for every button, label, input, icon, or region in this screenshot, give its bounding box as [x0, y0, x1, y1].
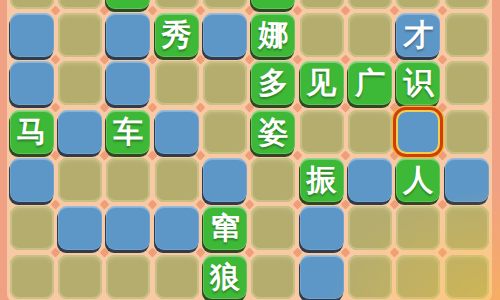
cell-r4c7-empty-slot[interactable]: [348, 158, 392, 202]
intersection-diamond: [196, 102, 206, 112]
cell-r3c4-bg-cell: [203, 110, 247, 154]
intersection-diamond: [389, 247, 399, 257]
cell-r0c0-bg-cell: [10, 0, 54, 9]
cell-r4c2-bg-cell: [106, 158, 150, 202]
intersection-diamond: [51, 102, 61, 112]
intersection-diamond: [99, 247, 109, 257]
cell-r6c8-bg-cell: [396, 255, 440, 299]
intersection-diamond: [147, 54, 157, 64]
cell-r4c6-filled-tile[interactable]: 振: [300, 158, 344, 202]
cell-r3c5-filled-tile[interactable]: 姿: [251, 110, 295, 154]
intersection-diamond: [341, 6, 351, 16]
cell-r3c1-empty-slot[interactable]: [58, 110, 102, 154]
intersection-diamond: [147, 199, 157, 209]
cell-r1c1-bg-cell: [58, 13, 102, 57]
cell-r4c1-bg-cell: [58, 158, 102, 202]
intersection-diamond: [147, 151, 157, 161]
cell-r3c7-bg-cell: [348, 110, 392, 154]
intersection-diamond: [196, 247, 206, 257]
cell-r5c5-bg-cell: [251, 206, 295, 250]
intersection-diamond: [341, 54, 351, 64]
cell-r2c2-empty-slot[interactable]: [106, 61, 150, 105]
cell-r4c3-bg-cell: [155, 158, 199, 202]
cell-r0c1-bg-cell: [58, 0, 102, 9]
intersection-diamond: [438, 6, 448, 16]
intersection-diamond: [292, 54, 302, 64]
cell-r4c5-bg-cell: [251, 158, 295, 202]
intersection-diamond: [244, 151, 254, 161]
intersection-diamond: [51, 151, 61, 161]
intersection-diamond: [99, 102, 109, 112]
intersection-diamond: [99, 199, 109, 209]
cell-r4c0-empty-slot[interactable]: [10, 158, 54, 202]
cell-r0c7-bg-cell: [348, 0, 392, 9]
cell-r0c8-bg-cell: [396, 0, 440, 9]
cell-r6c1-bg-cell: [58, 255, 102, 299]
intersection-diamond: [51, 6, 61, 16]
cell-r1c8-pending-tile[interactable]: 才: [396, 13, 440, 57]
cell-r4c4-empty-slot[interactable]: [203, 158, 247, 202]
cell-r3c9-bg-cell: [445, 110, 489, 154]
cell-r2c0-empty-slot[interactable]: [10, 61, 54, 105]
cell-r3c2-filled-tile[interactable]: 车: [106, 110, 150, 154]
cell-r5c3-empty-slot[interactable]: [155, 206, 199, 250]
cell-r1c9-bg-cell: [445, 13, 489, 57]
cell-r5c7-bg-cell: [348, 206, 392, 250]
intersection-diamond: [292, 151, 302, 161]
intersection-diamond: [147, 102, 157, 112]
cell-r3c0-filled-tile[interactable]: 马: [10, 110, 54, 154]
cell-r1c6-bg-cell: [300, 13, 344, 57]
intersection-diamond: [438, 247, 448, 257]
intersection-diamond: [341, 199, 351, 209]
cell-r6c2-bg-cell: [106, 255, 150, 299]
cell-r3c6-bg-cell: [300, 110, 344, 154]
cell-r6c7-bg-cell: [348, 255, 392, 299]
cell-r6c0-bg-cell: [10, 255, 54, 299]
intersection-diamond: [51, 247, 61, 257]
cell-r2c4-bg-cell: [203, 61, 247, 105]
cell-r3c8-selected-slot[interactable]: [396, 110, 440, 154]
cell-r1c0-empty-slot[interactable]: [10, 13, 54, 57]
cell-r5c4-filled-tile[interactable]: 窜: [203, 206, 247, 250]
cell-r1c3-filled-tile[interactable]: 秀: [155, 13, 199, 57]
cell-r0c5-filled-tile[interactable]: [251, 0, 295, 9]
intersection-diamond: [389, 199, 399, 209]
intersection-diamond: [341, 247, 351, 257]
intersection-diamond: [389, 102, 399, 112]
cell-r5c0-bg-cell: [10, 206, 54, 250]
cell-r5c9-bg-cell: [445, 206, 489, 250]
cell-r2c5-filled-tile[interactable]: 多: [251, 61, 295, 105]
intersection-diamond: [292, 199, 302, 209]
cell-r6c9-bg-cell: [445, 255, 489, 299]
intersection-diamond: [438, 151, 448, 161]
intersection-diamond: [99, 6, 109, 16]
cell-r0c9-bg-cell: [445, 0, 489, 9]
intersection-diamond: [196, 151, 206, 161]
cell-r5c6-empty-slot[interactable]: [300, 206, 344, 250]
intersection-diamond: [196, 199, 206, 209]
intersection-diamond: [244, 247, 254, 257]
cell-r0c4-bg-cell: [203, 0, 247, 9]
cell-r4c9-empty-slot[interactable]: [445, 158, 489, 202]
intersection-diamond: [244, 6, 254, 16]
cell-r6c5-bg-cell: [251, 255, 295, 299]
intersection-diamond: [51, 199, 61, 209]
intersection-diamond: [341, 102, 351, 112]
cell-r0c2-filled-tile[interactable]: [106, 0, 150, 9]
cell-r5c2-empty-slot[interactable]: [106, 206, 150, 250]
cell-r0c6-bg-cell: [300, 0, 344, 9]
intersection-diamond: [51, 54, 61, 64]
cell-r2c1-bg-cell: [58, 61, 102, 105]
intersection-diamond: [147, 247, 157, 257]
cell-r6c6-empty-slot[interactable]: [300, 255, 344, 299]
puzzle-board: 秀娜才多见广识马车姿振人窜狼: [7, 0, 492, 300]
cell-r6c4-filled-tile[interactable]: 狼: [203, 255, 247, 299]
intersection-diamond: [438, 199, 448, 209]
cell-r1c5-filled-tile[interactable]: 娜: [251, 13, 295, 57]
cell-r1c2-empty-slot[interactable]: [106, 13, 150, 57]
intersection-diamond: [244, 102, 254, 112]
intersection-diamond: [341, 151, 351, 161]
intersection-diamond: [196, 6, 206, 16]
cell-r5c1-empty-slot[interactable]: [58, 206, 102, 250]
cell-r1c4-empty-slot[interactable]: [203, 13, 247, 57]
intersection-diamond: [196, 54, 206, 64]
intersection-diamond: [389, 54, 399, 64]
cell-r4c8-filled-tile[interactable]: 人: [396, 158, 440, 202]
cell-r1c7-bg-cell: [348, 13, 392, 57]
intersection-diamond: [389, 151, 399, 161]
game-screen: 秀娜才多见广识马车姿振人窜狼: [0, 0, 500, 300]
intersection-diamond: [244, 199, 254, 209]
intersection-diamond: [292, 6, 302, 16]
cell-r2c6-filled-tile[interactable]: 见: [300, 61, 344, 105]
cell-r6c3-bg-cell: [155, 255, 199, 299]
cell-r3c3-empty-slot[interactable]: [155, 110, 199, 154]
intersection-diamond: [438, 54, 448, 64]
cell-r2c8-filled-tile[interactable]: 识: [396, 61, 440, 105]
intersection-diamond: [292, 102, 302, 112]
cell-r5c8-bg-cell: [396, 206, 440, 250]
intersection-diamond: [147, 6, 157, 16]
cell-r2c3-bg-cell: [155, 61, 199, 105]
cell-r2c9-bg-cell: [445, 61, 489, 105]
intersection-diamond: [389, 6, 399, 16]
intersection-diamond: [99, 151, 109, 161]
intersection-diamond: [438, 102, 448, 112]
cell-r2c7-filled-tile[interactable]: 广: [348, 61, 392, 105]
intersection-diamond: [244, 54, 254, 64]
intersection-diamond: [99, 54, 109, 64]
cell-r0c3-bg-cell: [155, 0, 199, 9]
intersection-diamond: [292, 247, 302, 257]
